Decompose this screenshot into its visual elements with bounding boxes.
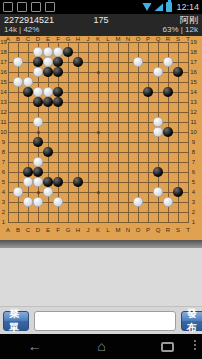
coord-label: 4 (0, 189, 8, 195)
coord-label: 3 (190, 199, 198, 205)
battery-icon (166, 2, 172, 12)
coord-label: 15 (190, 79, 198, 85)
coord-label: Q (154, 36, 162, 42)
coord-label: F (54, 227, 62, 233)
coord-label: 1 (0, 219, 8, 225)
publish-button[interactable]: 發布 (181, 311, 202, 331)
black-stone-F14[interactable] (53, 87, 62, 96)
white-stone-D14[interactable] (33, 87, 42, 96)
black-stone-H17[interactable] (73, 57, 82, 66)
black-stone-F17[interactable] (53, 57, 62, 66)
chat-area (0, 248, 202, 306)
signal-strength-icon (154, 3, 163, 11)
coord-label: 14 (0, 89, 8, 95)
menu-button[interactable]: 菜單 (3, 311, 29, 331)
coord-label: P (144, 36, 152, 42)
white-stone-D11[interactable] (33, 117, 42, 126)
coord-label: O (134, 227, 142, 233)
right-player-stats: 63% | 12k (163, 25, 198, 35)
coord-label: H (74, 227, 82, 233)
wifi-icon (142, 3, 151, 11)
coord-label: E (44, 36, 52, 42)
coord-label: 2 (0, 209, 8, 215)
coord-label: 4 (190, 189, 198, 195)
coord-label: 11 (190, 119, 198, 125)
black-stone-G18[interactable] (63, 47, 72, 56)
coord-label: 15 (0, 79, 8, 85)
coord-label: O (134, 36, 142, 42)
star-point (37, 191, 40, 194)
white-stone-D5[interactable] (33, 177, 42, 186)
coord-label: C (24, 227, 32, 233)
star-point (37, 131, 40, 134)
coord-label: 8 (190, 149, 198, 155)
coord-label: 1 (190, 219, 198, 225)
white-stone-D7[interactable] (33, 157, 42, 166)
coord-label: P (144, 227, 152, 233)
white-stone-D18[interactable] (33, 47, 42, 56)
coord-label: 5 (190, 179, 198, 185)
coord-label: J (84, 227, 92, 233)
coord-label: M (114, 36, 122, 42)
black-stone-S16[interactable] (173, 67, 182, 76)
coord-label: S (174, 36, 182, 42)
notification-app-icon (45, 2, 55, 12)
white-stone-D16[interactable] (33, 67, 42, 76)
coord-label: M (114, 227, 122, 233)
coord-label: 8 (0, 149, 8, 155)
coord-label: F (54, 36, 62, 42)
coord-label: 14 (190, 89, 198, 95)
board-shadow (0, 240, 202, 248)
back-icon[interactable]: ← (28, 339, 42, 354)
black-stone-H5[interactable] (73, 177, 82, 186)
coord-label: R (164, 36, 172, 42)
black-stone-C6[interactable] (23, 167, 32, 176)
coord-label: N (124, 36, 132, 42)
status-bar: 12:14 (0, 0, 202, 14)
white-stone-B4[interactable] (13, 187, 22, 196)
white-stone-R17[interactable] (163, 57, 172, 66)
white-stone-O17[interactable] (133, 57, 142, 66)
coord-label: 12 (0, 109, 8, 115)
coord-label: 6 (190, 169, 198, 175)
black-stone-F16[interactable] (53, 67, 62, 76)
black-stone-E5[interactable] (43, 177, 52, 186)
coord-label: D (34, 36, 42, 42)
coord-label: B (14, 227, 22, 233)
black-stone-S4[interactable] (173, 187, 182, 196)
coord-label: K (94, 227, 102, 233)
coord-label: K (94, 36, 102, 42)
coord-label: 11 (0, 119, 8, 125)
coord-label: 10 (0, 129, 8, 135)
right-player-name: 阿刚 (132, 15, 198, 25)
coord-label: 10 (190, 129, 198, 135)
left-player-name: 2272914521 (4, 15, 70, 25)
coord-label: G (64, 36, 72, 42)
white-stone-E17[interactable] (43, 57, 52, 66)
left-player-stats: 14k | 42% (4, 25, 39, 35)
app-screen: 12:14 2272914521 175 阿刚 14k | 42% 63% | … (0, 0, 202, 359)
coord-label: 16 (190, 69, 198, 75)
black-stone-D17[interactable] (33, 57, 42, 66)
coord-label: L (104, 36, 112, 42)
black-stone-F13[interactable] (53, 97, 62, 106)
white-stone-C3[interactable] (23, 197, 32, 206)
white-stone-E18[interactable] (43, 47, 52, 56)
coord-label: R (164, 227, 172, 233)
black-stone-E13[interactable] (43, 97, 52, 106)
overflow-menu-icon[interactable] (194, 339, 196, 351)
coord-label: T (184, 227, 192, 233)
coord-label: 3 (0, 199, 8, 205)
white-stone-Q10[interactable] (153, 127, 162, 136)
black-stone-P14[interactable] (143, 87, 152, 96)
black-stone-R10[interactable] (163, 127, 172, 136)
game-header: 2272914521 175 阿刚 14k | 42% 63% | 12k (0, 14, 202, 36)
coord-label: 5 (0, 179, 8, 185)
coord-label: 12 (190, 109, 198, 115)
black-stone-E8[interactable] (43, 147, 52, 156)
coord-label: A (4, 227, 12, 233)
white-stone-Q16[interactable] (153, 67, 162, 76)
notification-app-icon (17, 2, 27, 12)
coord-label: G (64, 227, 72, 233)
star-point (97, 131, 100, 134)
white-stone-C5[interactable] (23, 177, 32, 186)
clock-text: 12:14 (176, 2, 199, 12)
coord-label: E (44, 227, 52, 233)
coord-label: D (34, 227, 42, 233)
coord-label: 2 (190, 209, 198, 215)
notification-app-icon (31, 2, 41, 12)
coord-label: 7 (0, 159, 8, 165)
coord-label: 18 (0, 49, 8, 55)
white-stone-Q4[interactable] (153, 187, 162, 196)
black-stone-D6[interactable] (33, 167, 42, 176)
coord-label: 7 (190, 159, 198, 165)
coord-label: 17 (190, 59, 198, 65)
android-nav-bar: ← ⌂ (0, 334, 202, 359)
coord-label: H (74, 36, 82, 42)
coord-label: B (14, 36, 22, 42)
star-point (97, 71, 100, 74)
notification-app-icon (3, 2, 13, 12)
coord-label: N (124, 227, 132, 233)
coord-label: L (104, 227, 112, 233)
chat-input[interactable] (34, 311, 176, 331)
black-stone-Q6[interactable] (153, 167, 162, 176)
white-stone-E4[interactable] (43, 187, 52, 196)
home-icon[interactable]: ⌂ (97, 339, 105, 354)
coord-label: Q (154, 227, 162, 233)
black-stone-E16[interactable] (43, 67, 52, 76)
move-number: 175 (70, 15, 132, 25)
white-stone-E14[interactable] (43, 87, 52, 96)
white-stone-F3[interactable] (53, 197, 62, 206)
bottom-toolbar: 菜單 發布 (0, 306, 202, 334)
coord-label: 19 (190, 39, 198, 45)
white-stone-R3[interactable] (163, 197, 172, 206)
white-stone-C15[interactable] (23, 77, 32, 86)
white-stone-B17[interactable] (13, 57, 22, 66)
black-stone-C14[interactable] (23, 87, 32, 96)
coord-label: C (24, 36, 32, 42)
white-stone-D3[interactable] (33, 197, 42, 206)
white-stone-O3[interactable] (133, 197, 142, 206)
black-stone-D9[interactable] (33, 137, 42, 146)
coord-label: 18 (190, 49, 198, 55)
coord-label: 13 (0, 99, 8, 105)
coord-label: 16 (0, 69, 8, 75)
white-stone-B15[interactable] (13, 77, 22, 86)
black-stone-D13[interactable] (33, 97, 42, 106)
white-stone-F18[interactable] (53, 47, 62, 56)
go-board[interactable]: AABBCCDDEEFFGGHHJJKKLLMMNNOOPPQQRRSSTT19… (0, 36, 202, 240)
coord-label: S (174, 227, 182, 233)
white-stone-Q11[interactable] (153, 117, 162, 126)
coord-label: 9 (0, 139, 8, 145)
black-stone-R14[interactable] (163, 87, 172, 96)
coord-label: 19 (0, 39, 8, 45)
coord-label: 6 (0, 169, 8, 175)
coord-label: J (84, 36, 92, 42)
star-point (97, 191, 100, 194)
coord-label: 13 (190, 99, 198, 105)
black-stone-F5[interactable] (53, 177, 62, 186)
coord-label: 9 (190, 139, 198, 145)
coord-label: 17 (0, 59, 8, 65)
recents-icon[interactable] (161, 342, 174, 352)
